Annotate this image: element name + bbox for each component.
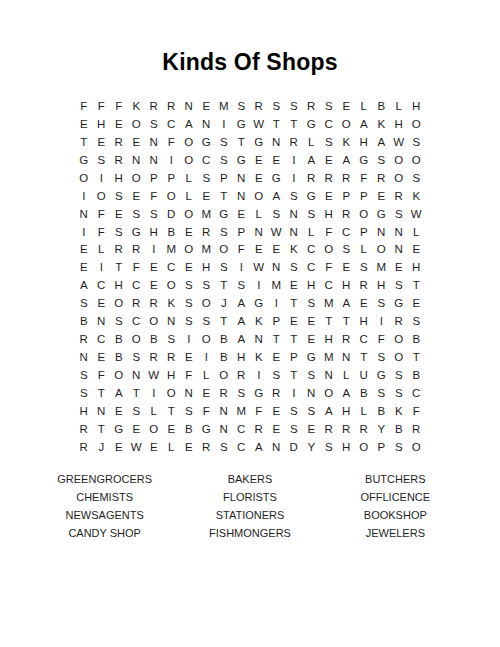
grid-cell: T — [163, 402, 181, 420]
grid-cell: H — [338, 402, 356, 420]
grid-cell: B — [163, 223, 181, 241]
grid-cell: C — [128, 276, 146, 294]
grid-cell: E — [145, 438, 163, 456]
grid-cell: S — [390, 384, 408, 402]
grid-cell: F — [93, 366, 111, 384]
grid-cell: C — [355, 330, 373, 348]
grid-cell: O — [128, 330, 146, 348]
grid-cell: S — [285, 420, 303, 438]
grid-cell: I — [145, 241, 163, 259]
grid-cell: H — [390, 115, 408, 133]
grid-cell: I — [93, 169, 111, 187]
grid-cell: E — [128, 420, 146, 438]
grid-cell: F — [75, 97, 93, 115]
grid-cell: B — [408, 330, 426, 348]
grid-cell: N — [215, 420, 233, 438]
grid-cell: K — [373, 115, 391, 133]
grid-cell: L — [355, 97, 373, 115]
grid-cell: O — [215, 366, 233, 384]
grid-cell: A — [338, 294, 356, 312]
grid-cell: E — [233, 205, 251, 223]
grid-cell: G — [250, 384, 268, 402]
grid-cell: N — [390, 223, 408, 241]
grid-cell: S — [355, 258, 373, 276]
grid-cell: C — [163, 258, 181, 276]
grid-cell: N — [268, 258, 286, 276]
grid-cell: O — [93, 187, 111, 205]
grid-cell: N — [285, 205, 303, 223]
grid-cell: G — [373, 366, 391, 384]
grid-cell: E — [268, 402, 286, 420]
grid-cell: C — [338, 223, 356, 241]
grid-cell: L — [198, 366, 216, 384]
grid-cell: A — [180, 115, 198, 133]
grid-cell: N — [75, 205, 93, 223]
grid-cell: T — [285, 294, 303, 312]
grid-cell: L — [180, 187, 198, 205]
grid-cell: S — [303, 205, 321, 223]
grid-cell: S — [320, 438, 338, 456]
grid-cell: R — [215, 384, 233, 402]
grid-cell: H — [338, 276, 356, 294]
grid-cell: S — [303, 366, 321, 384]
grid-cell: R — [355, 276, 373, 294]
grid-cell: R — [338, 205, 356, 223]
grid-cell: E — [268, 348, 286, 366]
grid-cell: E — [75, 241, 93, 259]
grid-cell: R — [320, 169, 338, 187]
grid-cell: G — [373, 205, 391, 223]
grid-cell: E — [355, 294, 373, 312]
grid-cell: T — [215, 187, 233, 205]
grid-cell: P — [355, 187, 373, 205]
grid-cell: S — [268, 366, 286, 384]
grid-cell: N — [93, 312, 111, 330]
grid-cell: T — [285, 115, 303, 133]
grid-cell: S — [75, 384, 93, 402]
word-list-column: BAKERSFLORISTSSTATIONERSFISHMONGERS — [177, 470, 322, 542]
grid-cell: M — [268, 276, 286, 294]
grid-cell: N — [198, 115, 216, 133]
grid-cell: F — [250, 402, 268, 420]
grid-cell: O — [180, 133, 198, 151]
grid-cell: R — [110, 151, 128, 169]
grid-cell: A — [320, 402, 338, 420]
grid-cell: G — [390, 294, 408, 312]
grid-cell: T — [128, 384, 146, 402]
grid-cell: T — [320, 312, 338, 330]
grid-cell: F — [145, 187, 163, 205]
grid-cell: S — [93, 151, 111, 169]
grid-cell: D — [163, 205, 181, 223]
grid-cell: E — [110, 205, 128, 223]
grid-cell: O — [163, 276, 181, 294]
grid-cell: L — [250, 205, 268, 223]
grid-cell: R — [75, 438, 93, 456]
grid-cell: O — [128, 115, 146, 133]
grid-cell: E — [250, 151, 268, 169]
grid-cell: S — [198, 312, 216, 330]
grid-cell: T — [215, 312, 233, 330]
word-list-item: GREENGROCERS — [57, 470, 152, 488]
grid-cell: C — [233, 438, 251, 456]
grid-cell: F — [320, 223, 338, 241]
grid-cell: K — [338, 133, 356, 151]
grid-cell: I — [180, 330, 198, 348]
grid-cell: E — [250, 169, 268, 187]
grid-cell: I — [75, 223, 93, 241]
grid-cell: O — [145, 312, 163, 330]
grid-cell: S — [303, 402, 321, 420]
grid-cell: O — [198, 330, 216, 348]
grid-cell: N — [233, 169, 251, 187]
grid-cell: T — [408, 348, 426, 366]
grid-cell: R — [303, 169, 321, 187]
grid-cell: F — [163, 133, 181, 151]
grid-cell: E — [268, 241, 286, 259]
grid-cell: E — [320, 187, 338, 205]
grid-cell: R — [373, 169, 391, 187]
grid-cell: E — [198, 384, 216, 402]
grid-cell: B — [215, 330, 233, 348]
grid-cell: R — [128, 241, 146, 259]
word-list-item: STATIONERS — [216, 506, 285, 524]
grid-cell: R — [250, 97, 268, 115]
grid-cell: C — [408, 384, 426, 402]
grid-cell: C — [163, 115, 181, 133]
grid-cell: O — [110, 366, 128, 384]
grid-cell: H — [110, 276, 128, 294]
grid-cell: G — [233, 115, 251, 133]
grid-cell: S — [233, 276, 251, 294]
grid-cell: S — [268, 205, 286, 223]
grid-cell: G — [303, 348, 321, 366]
grid-cell: R — [408, 420, 426, 438]
grid-cell: T — [285, 330, 303, 348]
grid-cell: T — [215, 276, 233, 294]
word-list-column: BUTCHERSOFFLICENCEBOOKSHOPJEWELERS — [323, 470, 468, 542]
grid-cell: I — [233, 258, 251, 276]
grid-cell: B — [355, 384, 373, 402]
grid-cell: H — [408, 258, 426, 276]
grid-cell: R — [233, 366, 251, 384]
grid-cell: L — [408, 223, 426, 241]
grid-cell: R — [355, 420, 373, 438]
grid-cell: B — [75, 312, 93, 330]
grid-cell: R — [320, 420, 338, 438]
grid-cell: H — [198, 258, 216, 276]
grid-cell: O — [408, 115, 426, 133]
grid-cell: N — [180, 384, 198, 402]
grid-cell: S — [215, 151, 233, 169]
grid-cell: I — [75, 187, 93, 205]
grid-cell: H — [338, 438, 356, 456]
grid-cell: G — [110, 420, 128, 438]
grid-cell: T — [93, 384, 111, 402]
grid-cell: K — [163, 294, 181, 312]
grid-cell: T — [268, 330, 286, 348]
grid-cell: A — [110, 384, 128, 402]
grid-cell: R — [338, 330, 356, 348]
grid-cell: R — [145, 294, 163, 312]
grid-cell: A — [268, 187, 286, 205]
grid-cell: M — [198, 205, 216, 223]
grid-cell: E — [180, 438, 198, 456]
grid-cell: S — [180, 402, 198, 420]
grid-cell: O — [320, 241, 338, 259]
grid-cell: E — [320, 151, 338, 169]
grid-cell: O — [145, 420, 163, 438]
grid-cell: O — [163, 384, 181, 402]
grid-cell: S — [408, 169, 426, 187]
grid-cell: T — [338, 312, 356, 330]
grid-cell: E — [110, 115, 128, 133]
grid-cell: S — [110, 312, 128, 330]
grid-cell: S — [390, 205, 408, 223]
grid-cell: K — [285, 241, 303, 259]
grid-cell: F — [198, 402, 216, 420]
grid-cell: G — [215, 205, 233, 223]
grid-cell: E — [180, 348, 198, 366]
grid-cell: M — [233, 402, 251, 420]
grid-cell: O — [163, 187, 181, 205]
grid-cell: E — [128, 133, 146, 151]
grid-cell: S — [215, 133, 233, 151]
grid-cell: E — [338, 258, 356, 276]
grid-cell: F — [180, 366, 198, 384]
grid-cell: C — [128, 312, 146, 330]
grid-cell: N — [303, 384, 321, 402]
grid-cell: O — [215, 241, 233, 259]
grid-cell: S — [390, 276, 408, 294]
grid-cell: A — [233, 294, 251, 312]
grid-cell: G — [250, 294, 268, 312]
grid-cell: N — [373, 223, 391, 241]
grid-cell: I — [250, 366, 268, 384]
grid-cell: S — [128, 348, 146, 366]
grid-cell: S — [408, 133, 426, 151]
letter-grid: FFFKRRNEMSRSSRSELBLHEHEOSCANIGWTTGCOAKHO… — [75, 97, 425, 456]
grid-cell: E — [303, 312, 321, 330]
grid-cell: E — [93, 133, 111, 151]
grid-cell: I — [198, 348, 216, 366]
grid-cell: F — [110, 97, 128, 115]
grid-cell: F — [93, 97, 111, 115]
grid-cell: R — [338, 420, 356, 438]
grid-cell: O — [110, 294, 128, 312]
grid-cell: U — [355, 366, 373, 384]
grid-cell: T — [355, 348, 373, 366]
grid-cell: S — [303, 294, 321, 312]
grid-cell: I — [268, 294, 286, 312]
grid-cell: M — [373, 258, 391, 276]
grid-cell: F — [93, 205, 111, 223]
grid-cell: J — [215, 294, 233, 312]
grid-cell: N — [180, 97, 198, 115]
grid-cell: O — [390, 169, 408, 187]
grid-cell: W — [145, 366, 163, 384]
grid-cell: H — [233, 348, 251, 366]
grid-cell: B — [373, 402, 391, 420]
grid-cell: L — [163, 438, 181, 456]
grid-cell: C — [93, 330, 111, 348]
grid-cell: S — [180, 276, 198, 294]
grid-cell: M — [215, 97, 233, 115]
grid-cell: F — [128, 258, 146, 276]
word-list-item: NEWSAGENTS — [66, 506, 144, 524]
grid-cell: M — [198, 241, 216, 259]
grid-cell: I — [163, 151, 181, 169]
grid-cell: B — [373, 97, 391, 115]
word-list-item: CANDY SHOP — [68, 524, 141, 542]
grid-cell: S — [180, 294, 198, 312]
grid-cell: B — [110, 348, 128, 366]
grid-cell: G — [355, 151, 373, 169]
grid-cell: A — [233, 330, 251, 348]
grid-cell: C — [320, 115, 338, 133]
grid-cell: O — [390, 348, 408, 366]
grid-cell: S — [110, 187, 128, 205]
grid-cell: H — [110, 169, 128, 187]
grid-cell: R — [250, 420, 268, 438]
grid-cell: O — [250, 187, 268, 205]
grid-cell: S — [198, 276, 216, 294]
grid-cell: L — [145, 402, 163, 420]
grid-cell: P — [163, 169, 181, 187]
grid-cell: N — [320, 366, 338, 384]
grid-cell: S — [390, 366, 408, 384]
grid-cell: I — [145, 384, 163, 402]
grid-cell: T — [268, 115, 286, 133]
grid-cell: S — [268, 97, 286, 115]
grid-cell: K — [408, 187, 426, 205]
grid-cell: L — [338, 366, 356, 384]
grid-cell: O — [408, 151, 426, 169]
grid-cell: I — [285, 151, 303, 169]
grid-cell: E — [180, 223, 198, 241]
grid-cell: S — [215, 258, 233, 276]
grid-cell: E — [198, 187, 216, 205]
grid-cell: E — [180, 258, 198, 276]
grid-cell: P — [268, 312, 286, 330]
grid-cell: S — [215, 438, 233, 456]
word-list-item: FISHMONGERS — [209, 524, 291, 542]
grid-cell: H — [320, 330, 338, 348]
grid-cell: C — [93, 276, 111, 294]
grid-cell: T — [110, 258, 128, 276]
grid-cell: S — [180, 312, 198, 330]
grid-cell: A — [373, 133, 391, 151]
grid-cell: S — [373, 384, 391, 402]
grid-cell: G — [128, 223, 146, 241]
grid-cell: W — [390, 133, 408, 151]
grid-cell: A — [338, 384, 356, 402]
grid-cell: R — [285, 133, 303, 151]
grid-cell: R — [198, 223, 216, 241]
grid-cell: R — [128, 294, 146, 312]
grid-cell: N — [285, 223, 303, 241]
grid-cell: W — [268, 223, 286, 241]
grid-cell: E — [268, 151, 286, 169]
grid-cell: R — [75, 420, 93, 438]
grid-cell: E — [75, 115, 93, 133]
word-list: GREENGROCERSCHEMISTSNEWSAGENTSCANDY SHOP… — [32, 470, 468, 542]
grid-cell: N — [250, 223, 268, 241]
grid-cell: F — [93, 223, 111, 241]
grid-cell: R — [145, 348, 163, 366]
grid-cell: N — [268, 133, 286, 151]
grid-cell: R — [75, 330, 93, 348]
grid-cell: F — [320, 258, 338, 276]
grid-cell: R — [110, 133, 128, 151]
word-list-column: GREENGROCERSCHEMISTSNEWSAGENTSCANDY SHOP — [32, 470, 177, 542]
grid-cell: O — [180, 151, 198, 169]
grid-cell: E — [285, 276, 303, 294]
grid-cell: G — [303, 115, 321, 133]
word-list-item: BAKERS — [228, 470, 273, 488]
grid-cell: E — [75, 258, 93, 276]
grid-cell: E — [110, 402, 128, 420]
grid-cell: S — [75, 366, 93, 384]
grid-cell: I — [250, 276, 268, 294]
grid-cell: I — [93, 258, 111, 276]
grid-cell: P — [355, 223, 373, 241]
grid-cell: I — [285, 384, 303, 402]
grid-cell: S — [128, 205, 146, 223]
grid-cell: N — [233, 187, 251, 205]
grid-cell: O — [408, 438, 426, 456]
grid-cell: G — [198, 133, 216, 151]
word-list-item: FLORISTS — [223, 488, 277, 506]
grid-cell: P — [373, 438, 391, 456]
grid-cell: N — [268, 438, 286, 456]
grid-cell: C — [303, 258, 321, 276]
grid-cell: M — [320, 294, 338, 312]
grid-cell: G — [75, 151, 93, 169]
grid-cell: C — [233, 420, 251, 438]
grid-cell: O — [390, 330, 408, 348]
grid-cell: N — [145, 151, 163, 169]
word-list-item: BUTCHERS — [365, 470, 426, 488]
grid-cell: R — [268, 384, 286, 402]
grid-cell: M — [163, 241, 181, 259]
grid-cell: F — [233, 241, 251, 259]
grid-cell: O — [355, 205, 373, 223]
word-list-item: BOOKSHOP — [364, 506, 427, 524]
grid-cell: S — [390, 438, 408, 456]
grid-cell: E — [110, 438, 128, 456]
grid-cell: E — [93, 348, 111, 366]
grid-cell: E — [390, 258, 408, 276]
grid-cell: R — [303, 97, 321, 115]
grid-cell: L — [390, 97, 408, 115]
grid-cell: L — [303, 223, 321, 241]
grid-cell: S — [373, 151, 391, 169]
grid-cell: P — [215, 169, 233, 187]
word-list-item: CHEMISTS — [76, 488, 133, 506]
grid-cell: N — [75, 348, 93, 366]
grid-cell: E — [93, 294, 111, 312]
grid-cell: N — [145, 133, 163, 151]
grid-cell: H — [93, 115, 111, 133]
grid-cell: N — [163, 312, 181, 330]
grid-cell: E — [198, 97, 216, 115]
grid-cell: E — [145, 276, 163, 294]
grid-cell: W — [408, 205, 426, 223]
grid-cell: S — [373, 294, 391, 312]
grid-cell: S — [285, 258, 303, 276]
grid-cell: O — [373, 241, 391, 259]
